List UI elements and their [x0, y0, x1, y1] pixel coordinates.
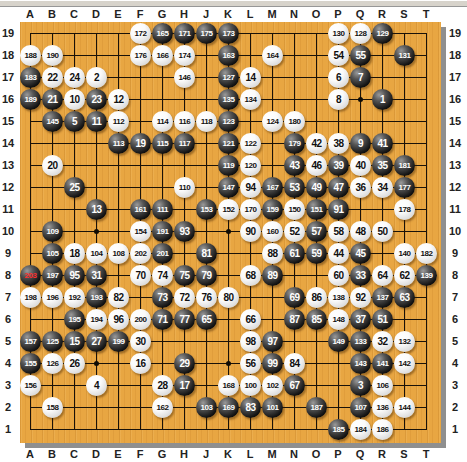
stone-f6[interactable]: 200	[130, 309, 151, 330]
stone-a8[interactable]: 203	[20, 265, 41, 286]
move-number: 9	[358, 138, 363, 149]
stone-r3[interactable]: 106	[372, 375, 393, 396]
stone-o7[interactable]: 86	[306, 287, 327, 308]
move-number: 114	[157, 117, 168, 126]
stone-d5[interactable]: 27	[86, 331, 107, 352]
row-label-right-7: 7	[444, 290, 466, 304]
go-board[interactable]: 1721651711751731301281291881901761661741…	[20, 22, 441, 443]
stone-h14[interactable]: 117	[174, 133, 195, 154]
stone-g7[interactable]: 73	[152, 287, 173, 308]
move-number: 48	[355, 226, 365, 237]
stone-q5[interactable]: 133	[350, 331, 371, 352]
stone-q1[interactable]: 184	[350, 419, 371, 440]
col-label-top-h: H	[173, 7, 195, 21]
stone-q13[interactable]: 40	[350, 155, 371, 176]
move-number: 194	[91, 315, 103, 324]
stone-d15[interactable]: 11	[86, 111, 107, 132]
move-number: 75	[179, 270, 189, 281]
move-number: 143	[355, 359, 367, 368]
stone-c17[interactable]: 24	[64, 67, 85, 88]
move-number: 74	[157, 270, 167, 281]
stone-h19[interactable]: 171	[174, 23, 195, 44]
stone-r6[interactable]: 51	[372, 309, 393, 330]
move-number: 56	[245, 358, 255, 369]
stone-g11[interactable]: 111	[152, 199, 173, 220]
stone-l17[interactable]: 14	[240, 67, 261, 88]
move-number: 193	[91, 293, 103, 302]
stone-f18[interactable]: 176	[130, 45, 151, 66]
stone-f14[interactable]: 19	[130, 133, 151, 154]
stone-h4[interactable]: 29	[174, 353, 195, 374]
stone-j2[interactable]: 103	[196, 397, 217, 418]
row-label-left-14: 14	[0, 136, 19, 150]
move-number: 160	[267, 227, 279, 236]
stone-h8[interactable]: 75	[174, 265, 195, 286]
stone-j9[interactable]: 81	[196, 243, 217, 264]
stone-k18[interactable]: 163	[218, 45, 239, 66]
move-number: 172	[135, 29, 147, 38]
stone-o14[interactable]: 42	[306, 133, 327, 154]
row-label-left-8: 8	[0, 268, 19, 282]
move-number: 63	[399, 292, 409, 303]
stone-h7[interactable]: 72	[174, 287, 195, 308]
move-number: 182	[421, 249, 433, 258]
stone-p13[interactable]: 39	[328, 155, 349, 176]
stone-d16[interactable]: 23	[86, 89, 107, 110]
move-number: 103	[201, 403, 213, 412]
stone-h15[interactable]: 116	[174, 111, 195, 132]
stone-c15[interactable]: 5	[64, 111, 85, 132]
stone-m8[interactable]: 89	[262, 265, 283, 286]
row-label-right-16: 16	[444, 92, 466, 106]
stone-c16[interactable]: 10	[64, 89, 85, 110]
stone-h12[interactable]: 110	[174, 177, 195, 198]
stone-l3[interactable]: 100	[240, 375, 261, 396]
move-number: 66	[245, 314, 255, 325]
stone-s12[interactable]: 177	[394, 177, 415, 198]
stone-s13[interactable]: 181	[394, 155, 415, 176]
move-number: 97	[267, 336, 277, 347]
stone-j11[interactable]: 153	[196, 199, 217, 220]
move-number: 69	[289, 292, 299, 303]
stone-n14[interactable]: 179	[284, 133, 305, 154]
stone-a16[interactable]: 189	[20, 89, 41, 110]
stone-m11[interactable]: 159	[262, 199, 283, 220]
stone-h17[interactable]: 146	[174, 67, 195, 88]
move-number: 127	[223, 73, 235, 82]
stone-b2[interactable]: 158	[42, 397, 63, 418]
stone-s18[interactable]: 131	[394, 45, 415, 66]
move-number: 175	[201, 29, 213, 38]
stone-g18[interactable]: 166	[152, 45, 173, 66]
stone-k11[interactable]: 152	[218, 199, 239, 220]
stone-r10[interactable]: 50	[372, 221, 393, 242]
col-label-bottom-q: Q	[349, 447, 371, 461]
stone-k3[interactable]: 168	[218, 375, 239, 396]
stone-n11[interactable]: 150	[284, 199, 305, 220]
stone-a5[interactable]: 157	[20, 331, 41, 352]
move-number: 129	[377, 29, 389, 38]
move-number: 54	[333, 50, 343, 61]
stone-p1[interactable]: 185	[328, 419, 349, 440]
stone-q8[interactable]: 33	[350, 265, 371, 286]
stone-j19[interactable]: 175	[196, 23, 217, 44]
stone-m15[interactable]: 124	[262, 111, 283, 132]
stone-n6[interactable]: 87	[284, 309, 305, 330]
move-number: 139	[421, 271, 433, 280]
move-number: 130	[333, 29, 345, 38]
stone-d7[interactable]: 193	[86, 287, 107, 308]
stone-a4[interactable]: 155	[20, 353, 41, 374]
col-label-top-k: K	[217, 7, 239, 21]
stone-p19[interactable]: 130	[328, 23, 349, 44]
move-number: 120	[245, 161, 257, 170]
row-label-right-13: 13	[444, 158, 466, 172]
stone-n7[interactable]: 69	[284, 287, 305, 308]
stone-m18[interactable]: 164	[262, 45, 283, 66]
stone-p14[interactable]: 38	[328, 133, 349, 154]
move-number: 179	[289, 139, 301, 148]
stone-p16[interactable]: 8	[328, 89, 349, 110]
stone-a18[interactable]: 188	[20, 45, 41, 66]
move-number: 117	[179, 139, 190, 148]
move-number: 138	[333, 293, 345, 302]
stone-g8[interactable]: 74	[152, 265, 173, 286]
stone-n9[interactable]: 61	[284, 243, 305, 264]
stone-p18[interactable]: 54	[328, 45, 349, 66]
stone-l13[interactable]: 120	[240, 155, 261, 176]
stone-s11[interactable]: 178	[394, 199, 415, 220]
move-number: 166	[157, 51, 169, 60]
move-number: 152	[223, 205, 235, 214]
stone-p11[interactable]: 91	[328, 199, 349, 220]
stone-g15[interactable]: 114	[152, 111, 173, 132]
stone-p9[interactable]: 44	[328, 243, 349, 264]
stone-k14[interactable]: 121	[218, 133, 239, 154]
stone-r16[interactable]: 1	[372, 89, 393, 110]
move-number: 196	[47, 293, 59, 302]
stone-e9[interactable]: 108	[108, 243, 129, 264]
stone-q12[interactable]: 36	[350, 177, 371, 198]
stone-r8[interactable]: 64	[372, 265, 393, 286]
move-number: 134	[245, 95, 257, 104]
stone-o13[interactable]: 46	[306, 155, 327, 176]
stone-s2[interactable]: 144	[394, 397, 415, 418]
stone-k13[interactable]: 119	[218, 155, 239, 176]
stone-b16[interactable]: 21	[42, 89, 63, 110]
stone-q9[interactable]: 45	[350, 243, 371, 264]
move-number: 202	[135, 249, 147, 258]
stone-t9[interactable]: 182	[416, 243, 437, 264]
star-point	[358, 97, 363, 102]
move-number: 5	[72, 116, 77, 127]
stone-g2[interactable]: 162	[152, 397, 173, 418]
stone-c4[interactable]: 26	[64, 353, 85, 374]
stone-e15[interactable]: 112	[108, 111, 129, 132]
stone-l16[interactable]: 134	[240, 89, 261, 110]
stone-g14[interactable]: 115	[152, 133, 173, 154]
stone-n13[interactable]: 43	[284, 155, 305, 176]
stone-b18[interactable]: 190	[42, 45, 63, 66]
move-number: 58	[333, 226, 343, 237]
stone-c6[interactable]: 195	[64, 309, 85, 330]
stone-o12[interactable]: 49	[306, 177, 327, 198]
stone-f9[interactable]: 202	[130, 243, 151, 264]
stone-p10[interactable]: 58	[328, 221, 349, 242]
stone-e14[interactable]: 113	[108, 133, 129, 154]
col-label-top-c: C	[63, 7, 85, 21]
stone-b7[interactable]: 196	[42, 287, 63, 308]
stone-p17[interactable]: 6	[328, 67, 349, 88]
stone-m2[interactable]: 101	[262, 397, 283, 418]
stone-s4[interactable]: 142	[394, 353, 415, 374]
move-number: 111	[157, 205, 168, 214]
row-label-left-18: 18	[0, 48, 19, 62]
stone-l11[interactable]: 170	[240, 199, 261, 220]
row-label-left-12: 12	[0, 180, 19, 194]
stone-f10[interactable]: 154	[130, 221, 151, 242]
stone-a17[interactable]: 183	[20, 67, 41, 88]
stone-s9[interactable]: 140	[394, 243, 415, 264]
stone-a7[interactable]: 198	[20, 287, 41, 308]
stone-b5[interactable]: 125	[42, 331, 63, 352]
stone-g3[interactable]: 28	[152, 375, 173, 396]
move-number: 34	[377, 182, 387, 193]
move-number: 148	[333, 315, 345, 324]
stone-m3[interactable]: 102	[262, 375, 283, 396]
stone-s5[interactable]: 132	[394, 331, 415, 352]
stone-d17[interactable]: 2	[86, 67, 107, 88]
row-label-right-9: 9	[444, 246, 466, 260]
move-number: 65	[201, 314, 211, 325]
col-label-top-p: P	[327, 7, 349, 21]
stone-m5[interactable]: 97	[262, 331, 283, 352]
move-number: 156	[25, 381, 37, 390]
stone-q6[interactable]: 37	[350, 309, 371, 330]
stone-r4[interactable]: 141	[372, 353, 393, 374]
stone-n12[interactable]: 53	[284, 177, 305, 198]
move-number: 157	[25, 337, 37, 346]
stone-g19[interactable]: 165	[152, 23, 173, 44]
move-number: 17	[179, 380, 189, 391]
stone-j7[interactable]: 76	[196, 287, 217, 308]
move-number: 149	[333, 337, 345, 346]
move-number: 189	[25, 95, 37, 104]
stone-o6[interactable]: 85	[306, 309, 327, 330]
stone-d3[interactable]: 4	[86, 375, 107, 396]
stone-l14[interactable]: 122	[240, 133, 261, 154]
move-number: 23	[91, 94, 101, 105]
row-label-left-9: 9	[0, 246, 19, 260]
stone-l12[interactable]: 94	[240, 177, 261, 198]
move-number: 153	[201, 205, 213, 214]
stone-j15[interactable]: 118	[196, 111, 217, 132]
stone-e16[interactable]: 12	[108, 89, 129, 110]
move-number: 43	[289, 160, 299, 171]
move-number: 112	[113, 117, 124, 126]
stone-r2[interactable]: 136	[372, 397, 393, 418]
stone-o10[interactable]: 57	[306, 221, 327, 242]
move-number: 3	[358, 380, 363, 391]
stone-s8[interactable]: 62	[394, 265, 415, 286]
stone-o9[interactable]: 59	[306, 243, 327, 264]
stone-b4[interactable]: 126	[42, 353, 63, 374]
row-label-right-3: 3	[444, 378, 466, 392]
move-number: 16	[135, 358, 145, 369]
stone-t8[interactable]: 139	[416, 265, 437, 286]
stone-c9[interactable]: 18	[64, 243, 85, 264]
move-number: 132	[399, 337, 411, 346]
stone-m4[interactable]: 99	[262, 353, 283, 374]
stone-q17[interactable]: 7	[350, 67, 371, 88]
stone-e5[interactable]: 199	[108, 331, 129, 352]
stone-p8[interactable]: 60	[328, 265, 349, 286]
stone-q14[interactable]: 9	[350, 133, 371, 154]
move-number: 96	[113, 314, 123, 325]
stone-j8[interactable]: 79	[196, 265, 217, 286]
move-number: 118	[201, 117, 212, 126]
stone-h18[interactable]: 174	[174, 45, 195, 66]
stone-n3[interactable]: 67	[284, 375, 305, 396]
stone-p7[interactable]: 138	[328, 287, 349, 308]
stone-p5[interactable]: 149	[328, 331, 349, 352]
col-label-bottom-d: D	[85, 447, 107, 461]
stone-m9[interactable]: 88	[262, 243, 283, 264]
stone-b8[interactable]: 197	[42, 265, 63, 286]
stone-q4[interactable]: 143	[350, 353, 371, 374]
stone-r14[interactable]: 41	[372, 133, 393, 154]
stone-p12[interactable]: 47	[328, 177, 349, 198]
stone-d9[interactable]: 104	[86, 243, 107, 264]
stone-o2[interactable]: 187	[306, 397, 327, 418]
stone-e7[interactable]: 82	[108, 287, 129, 308]
move-number: 128	[355, 29, 367, 38]
stone-a3[interactable]: 156	[20, 375, 41, 396]
move-number: 18	[69, 248, 79, 259]
stone-q19[interactable]: 128	[350, 23, 371, 44]
stone-b10[interactable]: 109	[42, 221, 63, 242]
move-number: 188	[25, 51, 37, 60]
stone-k7[interactable]: 80	[218, 287, 239, 308]
move-number: 21	[47, 94, 57, 105]
stone-q18[interactable]: 55	[350, 45, 371, 66]
row-label-right-15: 15	[444, 114, 466, 128]
stone-c5[interactable]: 15	[64, 331, 85, 352]
move-number: 59	[311, 248, 321, 259]
row-label-right-1: 1	[444, 422, 466, 436]
stone-k16[interactable]: 135	[218, 89, 239, 110]
stone-q3[interactable]: 3	[350, 375, 371, 396]
move-number: 4	[94, 380, 99, 391]
move-number: 89	[267, 270, 277, 281]
stone-k2[interactable]: 169	[218, 397, 239, 418]
move-number: 125	[47, 337, 59, 346]
stone-g6[interactable]: 71	[152, 309, 173, 330]
stone-q2[interactable]: 107	[350, 397, 371, 418]
col-label-bottom-n: N	[283, 447, 305, 461]
stone-k19[interactable]: 173	[218, 23, 239, 44]
col-label-top-t: T	[415, 7, 437, 21]
stone-b15[interactable]: 145	[42, 111, 63, 132]
stone-r7[interactable]: 137	[372, 287, 393, 308]
stone-q7[interactable]: 92	[350, 287, 371, 308]
move-number: 180	[289, 117, 301, 126]
col-label-top-o: O	[305, 7, 327, 21]
stone-b17[interactable]: 22	[42, 67, 63, 88]
stone-e6[interactable]: 96	[108, 309, 129, 330]
stone-b9[interactable]: 105	[42, 243, 63, 264]
move-number: 113	[113, 139, 124, 148]
col-label-bottom-k: K	[217, 447, 239, 461]
stone-p6[interactable]: 148	[328, 309, 349, 330]
move-number: 104	[91, 249, 103, 258]
row-label-right-14: 14	[444, 136, 466, 150]
stone-j6[interactable]: 65	[196, 309, 217, 330]
stone-l6[interactable]: 66	[240, 309, 261, 330]
stone-f5[interactable]: 30	[130, 331, 151, 352]
stone-d6[interactable]: 194	[86, 309, 107, 330]
stone-l2[interactable]: 83	[240, 397, 261, 418]
stone-n4[interactable]: 84	[284, 353, 305, 374]
col-label-bottom-j: J	[195, 447, 217, 461]
stone-f8[interactable]: 70	[130, 265, 151, 286]
col-label-bottom-t: T	[415, 447, 437, 461]
stone-c12[interactable]: 25	[64, 177, 85, 198]
stone-l8[interactable]: 68	[240, 265, 261, 286]
row-label-right-10: 10	[444, 224, 466, 238]
stone-c8[interactable]: 95	[64, 265, 85, 286]
stone-f19[interactable]: 172	[130, 23, 151, 44]
stone-r13[interactable]: 35	[372, 155, 393, 176]
stone-n15[interactable]: 180	[284, 111, 305, 132]
stone-r12[interactable]: 34	[372, 177, 393, 198]
move-number: 107	[355, 403, 367, 412]
stone-h6[interactable]: 77	[174, 309, 195, 330]
stone-c7[interactable]: 192	[64, 287, 85, 308]
stone-f4[interactable]: 16	[130, 353, 151, 374]
stone-b13[interactable]: 20	[42, 155, 63, 176]
move-number: 115	[157, 139, 168, 148]
stone-g10[interactable]: 191	[152, 221, 173, 242]
stone-m12[interactable]: 167	[262, 177, 283, 198]
stone-l10[interactable]: 90	[240, 221, 261, 242]
stone-n10[interactable]: 52	[284, 221, 305, 242]
stone-h3[interactable]: 17	[174, 375, 195, 396]
col-label-top-r: R	[371, 7, 393, 21]
stone-r19[interactable]: 129	[372, 23, 393, 44]
stone-d11[interactable]: 13	[86, 199, 107, 220]
move-number: 108	[113, 249, 125, 258]
stone-r5[interactable]: 32	[372, 331, 393, 352]
row-label-right-4: 4	[444, 356, 466, 370]
stone-k17[interactable]: 127	[218, 67, 239, 88]
stone-o11[interactable]: 151	[306, 199, 327, 220]
stone-d8[interactable]: 31	[86, 265, 107, 286]
stone-s7[interactable]: 63	[394, 287, 415, 308]
stone-k12[interactable]: 147	[218, 177, 239, 198]
stone-l4[interactable]: 56	[240, 353, 261, 374]
stone-r1[interactable]: 186	[372, 419, 393, 440]
stone-q10[interactable]: 48	[350, 221, 371, 242]
stone-f11[interactable]: 161	[130, 199, 151, 220]
stone-k15[interactable]: 123	[218, 111, 239, 132]
stone-g9[interactable]: 201	[152, 243, 173, 264]
stone-h10[interactable]: 93	[174, 221, 195, 242]
stone-l5[interactable]: 98	[240, 331, 261, 352]
row-label-right-8: 8	[444, 268, 466, 282]
stone-m10[interactable]: 160	[262, 221, 283, 242]
star-point	[226, 229, 231, 234]
